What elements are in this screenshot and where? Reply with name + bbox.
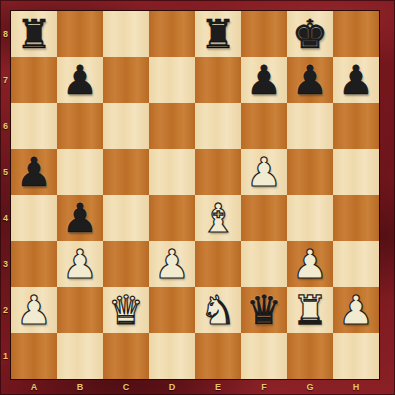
piece-white-pawn[interactable]: ♟: [338, 287, 374, 333]
square-d2[interactable]: [149, 287, 195, 333]
square-d5[interactable]: [149, 149, 195, 195]
square-g6[interactable]: [287, 103, 333, 149]
square-g1[interactable]: [287, 333, 333, 379]
rank-label-6: 6: [0, 103, 11, 149]
square-c8[interactable]: [103, 11, 149, 57]
piece-black-pawn[interactable]: ♟: [246, 57, 282, 103]
square-b5[interactable]: [57, 149, 103, 195]
square-c3[interactable]: [103, 241, 149, 287]
piece-white-pawn[interactable]: ♟: [16, 287, 52, 333]
square-h3[interactable]: [333, 241, 379, 287]
square-h8[interactable]: [333, 11, 379, 57]
rank-label-8: 8: [0, 11, 11, 57]
square-e7[interactable]: [195, 57, 241, 103]
square-b3[interactable]: ♟: [57, 241, 103, 287]
chess-board-frame: ♜♜♚♟♟♟♟♟♟♟♝♟♟♟♟♛♞♛♜♟ 87654321 ABCDEFGH: [0, 0, 395, 395]
file-label-c: C: [103, 379, 149, 395]
square-a4[interactable]: [11, 195, 57, 241]
square-f5[interactable]: ♟: [241, 149, 287, 195]
square-a6[interactable]: [11, 103, 57, 149]
square-h7[interactable]: ♟: [333, 57, 379, 103]
square-h6[interactable]: [333, 103, 379, 149]
file-label-f: F: [241, 379, 287, 395]
square-e6[interactable]: [195, 103, 241, 149]
square-e8[interactable]: ♜: [195, 11, 241, 57]
square-h2[interactable]: ♟: [333, 287, 379, 333]
square-b1[interactable]: [57, 333, 103, 379]
square-e4[interactable]: ♝: [195, 195, 241, 241]
square-a8[interactable]: ♜: [11, 11, 57, 57]
square-h5[interactable]: [333, 149, 379, 195]
square-g7[interactable]: ♟: [287, 57, 333, 103]
square-h4[interactable]: [333, 195, 379, 241]
piece-black-rook[interactable]: ♜: [16, 11, 52, 57]
square-d1[interactable]: [149, 333, 195, 379]
square-b8[interactable]: [57, 11, 103, 57]
square-f2[interactable]: ♛: [241, 287, 287, 333]
piece-white-bishop[interactable]: ♝: [200, 195, 236, 241]
rank-label-2: 2: [0, 287, 11, 333]
piece-black-pawn[interactable]: ♟: [292, 57, 328, 103]
file-label-a: A: [11, 379, 57, 395]
square-a7[interactable]: [11, 57, 57, 103]
square-d4[interactable]: [149, 195, 195, 241]
file-label-b: B: [57, 379, 103, 395]
rank-label-7: 7: [0, 57, 11, 103]
square-f1[interactable]: [241, 333, 287, 379]
square-g2[interactable]: ♜: [287, 287, 333, 333]
square-d8[interactable]: [149, 11, 195, 57]
square-d7[interactable]: [149, 57, 195, 103]
piece-white-pawn[interactable]: ♟: [292, 241, 328, 287]
file-label-g: G: [287, 379, 333, 395]
piece-black-queen[interactable]: ♛: [246, 287, 282, 333]
piece-white-knight[interactable]: ♞: [200, 287, 236, 333]
square-e3[interactable]: [195, 241, 241, 287]
piece-black-pawn[interactable]: ♟: [62, 195, 98, 241]
square-c5[interactable]: [103, 149, 149, 195]
piece-black-rook[interactable]: ♜: [200, 11, 236, 57]
file-label-e: E: [195, 379, 241, 395]
square-d3[interactable]: ♟: [149, 241, 195, 287]
square-f8[interactable]: [241, 11, 287, 57]
square-c6[interactable]: [103, 103, 149, 149]
square-e1[interactable]: [195, 333, 241, 379]
square-b2[interactable]: [57, 287, 103, 333]
file-label-h: H: [333, 379, 379, 395]
square-b6[interactable]: [57, 103, 103, 149]
piece-white-rook[interactable]: ♜: [292, 287, 328, 333]
square-d6[interactable]: [149, 103, 195, 149]
square-e2[interactable]: ♞: [195, 287, 241, 333]
file-label-d: D: [149, 379, 195, 395]
square-g4[interactable]: [287, 195, 333, 241]
square-b4[interactable]: ♟: [57, 195, 103, 241]
square-a2[interactable]: ♟: [11, 287, 57, 333]
square-a3[interactable]: [11, 241, 57, 287]
square-c7[interactable]: [103, 57, 149, 103]
rank-label-5: 5: [0, 149, 11, 195]
square-f4[interactable]: [241, 195, 287, 241]
piece-black-pawn[interactable]: ♟: [62, 57, 98, 103]
square-f3[interactable]: [241, 241, 287, 287]
square-g8[interactable]: ♚: [287, 11, 333, 57]
square-g5[interactable]: [287, 149, 333, 195]
square-a1[interactable]: [11, 333, 57, 379]
piece-white-pawn[interactable]: ♟: [154, 241, 190, 287]
piece-black-pawn[interactable]: ♟: [16, 149, 52, 195]
square-f7[interactable]: ♟: [241, 57, 287, 103]
square-c4[interactable]: [103, 195, 149, 241]
piece-white-pawn[interactable]: ♟: [62, 241, 98, 287]
piece-white-queen[interactable]: ♛: [108, 287, 144, 333]
rank-label-3: 3: [0, 241, 11, 287]
square-c2[interactable]: ♛: [103, 287, 149, 333]
piece-white-pawn[interactable]: ♟: [246, 149, 282, 195]
piece-black-pawn[interactable]: ♟: [338, 57, 374, 103]
chess-board: ♜♜♚♟♟♟♟♟♟♟♝♟♟♟♟♛♞♛♜♟: [11, 11, 379, 379]
square-f6[interactable]: [241, 103, 287, 149]
square-c1[interactable]: [103, 333, 149, 379]
square-g3[interactable]: ♟: [287, 241, 333, 287]
rank-label-4: 4: [0, 195, 11, 241]
square-e5[interactable]: [195, 149, 241, 195]
rank-label-1: 1: [0, 333, 11, 379]
square-a5[interactable]: ♟: [11, 149, 57, 195]
piece-black-king[interactable]: ♚: [292, 11, 328, 57]
square-h1[interactable]: [333, 333, 379, 379]
square-b7[interactable]: ♟: [57, 57, 103, 103]
